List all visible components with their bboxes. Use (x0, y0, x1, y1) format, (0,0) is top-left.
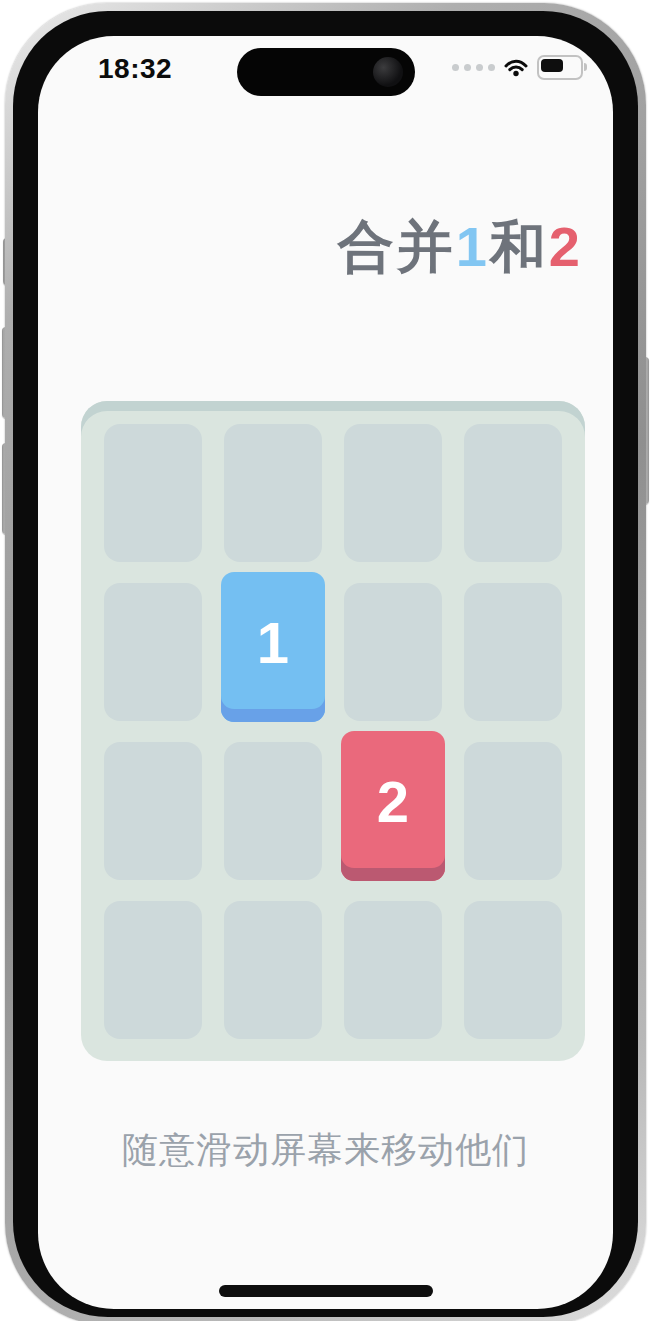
title-and-text: 和 (490, 215, 549, 278)
board-cell-r2c3 (344, 583, 442, 721)
board-cell-r4c1 (104, 901, 202, 1039)
board-grid[interactable]: 12 (81, 401, 585, 1061)
status-icons (452, 56, 583, 78)
board-cell-r4c3 (344, 901, 442, 1039)
board-cell-r1c4 (464, 424, 562, 562)
board-cell-r1c2 (224, 424, 322, 562)
board-cell-r3c4 (464, 742, 562, 880)
board-cell-r1c3 (344, 424, 442, 562)
status-time: 18:32 (98, 53, 172, 85)
title-tile1-digit: 1 (456, 215, 490, 278)
instruction-text: 随意滑动屏幕来移动他们 (38, 1126, 613, 1175)
tile-1[interactable]: 1 (221, 572, 325, 722)
board-cell-r2c2: 1 (224, 583, 322, 721)
board-cell-r3c2 (224, 742, 322, 880)
wifi-icon (503, 58, 529, 77)
camera-icon (373, 57, 403, 87)
game-board[interactable]: 12 (81, 401, 585, 1061)
dynamic-island (237, 48, 415, 96)
board-cell-r4c2 (224, 901, 322, 1039)
board-cell-r4c4 (464, 901, 562, 1039)
phone-bezel: 18:32 (13, 11, 638, 1317)
battery-icon (537, 55, 583, 80)
title-tile2-digit: 2 (549, 215, 583, 278)
board-cell-r1c1 (104, 424, 202, 562)
app-screen[interactable]: 18:32 (38, 36, 613, 1309)
board-cell-r3c3: 2 (344, 742, 442, 880)
board-cell-r3c1 (104, 742, 202, 880)
iphone-mockup: 18:32 (0, 0, 650, 1321)
board-cell-r2c1 (104, 583, 202, 721)
home-indicator[interactable] (219, 1285, 433, 1297)
tile-2[interactable]: 2 (341, 731, 445, 881)
phone-frame: 18:32 (5, 3, 646, 1321)
title-merge-text: 合并 (338, 215, 456, 278)
board-cell-r2c4 (464, 583, 562, 721)
cellular-signal-icon (452, 64, 495, 71)
page-title: 合并1和2 (338, 210, 583, 286)
